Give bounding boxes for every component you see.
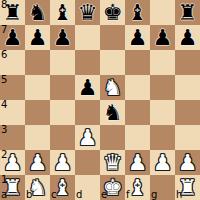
square-a8[interactable]: ♜8 [0, 0, 25, 25]
square-d6[interactable] [75, 50, 100, 75]
square-e1[interactable]: ♚e [100, 175, 125, 200]
file-label-h: h [176, 190, 182, 200]
square-a6[interactable]: 6 [0, 50, 25, 75]
rank-label-5: 5 [1, 75, 7, 85]
square-g7[interactable]: ♟ [150, 25, 175, 50]
piece-white-pawn[interactable]: ♟ [153, 150, 173, 175]
rank-label-4: 4 [1, 100, 7, 110]
square-g3[interactable] [150, 125, 175, 150]
file-label-d: d [76, 190, 82, 200]
square-f1[interactable]: ♝f [125, 175, 150, 200]
square-c4[interactable] [50, 100, 75, 125]
square-e6[interactable] [100, 50, 125, 75]
square-c6[interactable] [50, 50, 75, 75]
square-d3[interactable]: ♟ [75, 125, 100, 150]
square-c2[interactable]: ♟ [50, 150, 75, 175]
square-c1[interactable]: ♝c [50, 175, 75, 200]
square-h1[interactable]: ♜h [175, 175, 200, 200]
square-f2[interactable]: ♟ [125, 150, 150, 175]
square-f4[interactable] [125, 100, 150, 125]
piece-black-pawn[interactable]: ♟ [53, 25, 73, 50]
square-a7[interactable]: ♟7 [0, 25, 25, 50]
piece-white-queen[interactable]: ♛ [103, 150, 123, 175]
square-e4[interactable]: ♞ [100, 100, 125, 125]
square-h6[interactable] [175, 50, 200, 75]
file-label-g: g [151, 190, 157, 200]
square-f5[interactable] [125, 75, 150, 100]
piece-black-rook[interactable]: ♜ [178, 0, 198, 25]
square-h4[interactable] [175, 100, 200, 125]
square-e8[interactable]: ♚ [100, 0, 125, 25]
piece-white-pawn[interactable]: ♟ [53, 150, 73, 175]
square-e7[interactable] [100, 25, 125, 50]
piece-black-pawn[interactable]: ♟ [78, 75, 98, 100]
piece-white-pawn[interactable]: ♟ [178, 150, 198, 175]
square-b3[interactable] [25, 125, 50, 150]
square-h8[interactable]: ♜ [175, 0, 200, 25]
square-a3[interactable]: 3 [0, 125, 25, 150]
square-e3[interactable] [100, 125, 125, 150]
piece-black-bishop[interactable]: ♝ [53, 0, 73, 25]
piece-black-pawn[interactable]: ♟ [178, 25, 198, 50]
piece-black-pawn[interactable]: ♟ [153, 25, 173, 50]
rank-label-3: 3 [1, 125, 7, 135]
square-h5[interactable] [175, 75, 200, 100]
file-label-f: f [126, 190, 130, 200]
square-c5[interactable] [50, 75, 75, 100]
square-h3[interactable] [175, 125, 200, 150]
file-label-a: a [1, 190, 7, 200]
file-label-c: c [51, 190, 57, 200]
piece-white-knight[interactable]: ♞ [103, 75, 123, 100]
square-b2[interactable]: ♟ [25, 150, 50, 175]
square-b6[interactable] [25, 50, 50, 75]
square-g6[interactable] [150, 50, 175, 75]
square-a2[interactable]: ♟2 [0, 150, 25, 175]
square-c8[interactable]: ♝ [50, 0, 75, 25]
rank-label-1: 1 [1, 175, 7, 185]
rank-label-7: 7 [1, 25, 7, 35]
square-d7[interactable] [75, 25, 100, 50]
square-c3[interactable] [50, 125, 75, 150]
rank-label-8: 8 [1, 0, 7, 10]
square-h7[interactable]: ♟ [175, 25, 200, 50]
piece-black-bishop[interactable]: ♝ [128, 0, 148, 25]
square-f7[interactable]: ♟ [125, 25, 150, 50]
square-d5[interactable]: ♟ [75, 75, 100, 100]
square-d8[interactable]: ♛ [75, 0, 100, 25]
square-g5[interactable] [150, 75, 175, 100]
piece-black-pawn[interactable]: ♟ [28, 25, 48, 50]
square-a1[interactable]: ♜1a [0, 175, 25, 200]
piece-white-pawn[interactable]: ♟ [78, 125, 98, 150]
square-a4[interactable]: 4 [0, 100, 25, 125]
file-label-e: e [101, 190, 107, 200]
square-e2[interactable]: ♛ [100, 150, 125, 175]
square-f6[interactable] [125, 50, 150, 75]
square-d2[interactable] [75, 150, 100, 175]
square-b7[interactable]: ♟ [25, 25, 50, 50]
square-e5[interactable]: ♞ [100, 75, 125, 100]
piece-black-queen[interactable]: ♛ [78, 0, 98, 25]
square-b5[interactable] [25, 75, 50, 100]
piece-white-bishop[interactable]: ♝ [128, 175, 148, 200]
square-a5[interactable]: 5 [0, 75, 25, 100]
square-g2[interactable]: ♟ [150, 150, 175, 175]
square-g1[interactable]: g [150, 175, 175, 200]
square-d1[interactable]: d [75, 175, 100, 200]
piece-black-king[interactable]: ♚ [103, 0, 123, 25]
square-f8[interactable]: ♝ [125, 0, 150, 25]
piece-white-pawn[interactable]: ♟ [128, 150, 148, 175]
square-b4[interactable] [25, 100, 50, 125]
rank-label-6: 6 [1, 50, 7, 60]
piece-black-pawn[interactable]: ♟ [128, 25, 148, 50]
square-d4[interactable] [75, 100, 100, 125]
square-g4[interactable] [150, 100, 175, 125]
square-f3[interactable] [125, 125, 150, 150]
piece-black-knight[interactable]: ♞ [28, 0, 48, 25]
square-b8[interactable]: ♞ [25, 0, 50, 25]
file-label-b: b [26, 190, 32, 200]
square-b1[interactable]: ♞b [25, 175, 50, 200]
square-h2[interactable]: ♟ [175, 150, 200, 175]
square-c7[interactable]: ♟ [50, 25, 75, 50]
chess-board: ♜8♞♝♛♚♝♜♟7♟♟♟♟♟65♟♞4♞3♟♟2♟♟♛♟♟♟♜1a♞b♝cd♚… [0, 0, 200, 200]
piece-black-knight[interactable]: ♞ [103, 100, 123, 125]
rank-label-2: 2 [1, 150, 7, 160]
square-g8[interactable] [150, 0, 175, 25]
piece-white-pawn[interactable]: ♟ [28, 150, 48, 175]
